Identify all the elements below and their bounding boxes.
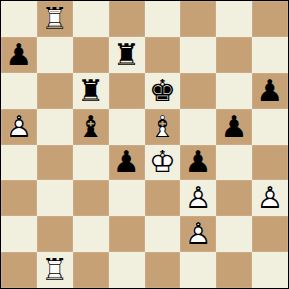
square-c2[interactable] [73,216,109,252]
square-h4[interactable] [252,145,288,181]
square-g6[interactable] [216,73,252,109]
square-e6[interactable]: ♚ [145,73,181,109]
chess-board: ♜♖♟♜♜♚♟♟♙♝♝♗♟♟♚♔♟♟♙♟♙♟♙♜♖ [0,0,289,289]
square-e5[interactable]: ♝♗ [145,109,181,145]
piece-white-king[interactable]: ♚♔ [145,145,181,181]
black-pawn-glyph: ♟ [252,73,288,109]
white-bishop-glyph-outline: ♗ [145,109,181,145]
piece-black-pawn[interactable]: ♟ [109,145,145,181]
square-h1[interactable] [252,252,288,288]
square-f7[interactable] [180,37,216,73]
square-c3[interactable] [73,180,109,216]
square-b6[interactable] [37,73,73,109]
square-e8[interactable] [145,1,181,37]
square-h6[interactable]: ♟ [252,73,288,109]
black-pawn-glyph: ♟ [1,37,37,73]
square-g3[interactable] [216,180,252,216]
square-e2[interactable] [145,216,181,252]
square-d6[interactable] [109,73,145,109]
black-rook-glyph: ♜ [109,37,145,73]
square-g4[interactable] [216,145,252,181]
piece-white-rook[interactable]: ♜♖ [37,252,73,288]
square-a4[interactable] [1,145,37,181]
square-b2[interactable] [37,216,73,252]
square-a2[interactable] [1,216,37,252]
square-e7[interactable] [145,37,181,73]
piece-white-pawn[interactable]: ♟♙ [252,180,288,216]
square-d2[interactable] [109,216,145,252]
square-c1[interactable] [73,252,109,288]
square-b4[interactable] [37,145,73,181]
square-h5[interactable] [252,109,288,145]
square-h2[interactable] [252,216,288,252]
piece-black-bishop[interactable]: ♝ [73,109,109,145]
piece-white-bishop[interactable]: ♝♗ [145,109,181,145]
square-b1[interactable]: ♜♖ [37,252,73,288]
square-a8[interactable] [1,1,37,37]
square-h7[interactable] [252,37,288,73]
white-pawn-glyph-outline: ♙ [180,216,216,252]
square-f5[interactable] [180,109,216,145]
black-pawn-glyph: ♟ [216,109,252,145]
square-a1[interactable] [1,252,37,288]
square-d8[interactable] [109,1,145,37]
black-king-glyph: ♚ [145,73,181,109]
piece-white-pawn[interactable]: ♟♙ [180,216,216,252]
piece-black-pawn[interactable]: ♟ [180,145,216,181]
square-c8[interactable] [73,1,109,37]
square-g5[interactable]: ♟ [216,109,252,145]
square-b8[interactable]: ♜♖ [37,1,73,37]
square-h8[interactable] [252,1,288,37]
white-rook-glyph-outline: ♖ [37,252,73,288]
black-rook-glyph: ♜ [73,73,109,109]
black-pawn-glyph: ♟ [109,145,145,181]
square-b3[interactable] [37,180,73,216]
piece-black-pawn[interactable]: ♟ [252,73,288,109]
square-a7[interactable]: ♟ [1,37,37,73]
square-a5[interactable]: ♟♙ [1,109,37,145]
piece-black-rook[interactable]: ♜ [73,73,109,109]
square-e1[interactable] [145,252,181,288]
piece-white-pawn[interactable]: ♟♙ [1,109,37,145]
square-d7[interactable]: ♜ [109,37,145,73]
square-a3[interactable] [1,180,37,216]
square-g8[interactable] [216,1,252,37]
square-c7[interactable] [73,37,109,73]
square-f3[interactable]: ♟♙ [180,180,216,216]
square-d1[interactable] [109,252,145,288]
piece-white-rook[interactable]: ♜♖ [37,1,73,37]
square-g7[interactable] [216,37,252,73]
square-g1[interactable] [216,252,252,288]
square-e4[interactable]: ♚♔ [145,145,181,181]
square-e3[interactable] [145,180,181,216]
black-bishop-glyph: ♝ [73,109,109,145]
square-d3[interactable] [109,180,145,216]
square-c6[interactable]: ♜ [73,73,109,109]
square-f1[interactable] [180,252,216,288]
white-pawn-glyph-outline: ♙ [1,109,37,145]
square-c4[interactable] [73,145,109,181]
piece-white-pawn[interactable]: ♟♙ [180,180,216,216]
black-pawn-glyph: ♟ [180,145,216,181]
white-king-glyph-outline: ♔ [145,145,181,181]
square-f6[interactable] [180,73,216,109]
piece-black-king[interactable]: ♚ [145,73,181,109]
square-f4[interactable]: ♟ [180,145,216,181]
square-d4[interactable]: ♟ [109,145,145,181]
square-c5[interactable]: ♝ [73,109,109,145]
square-g2[interactable] [216,216,252,252]
piece-black-rook[interactable]: ♜ [109,37,145,73]
white-pawn-glyph-outline: ♙ [180,180,216,216]
piece-black-pawn[interactable]: ♟ [216,109,252,145]
square-d5[interactable] [109,109,145,145]
white-pawn-glyph-outline: ♙ [252,180,288,216]
square-b7[interactable] [37,37,73,73]
square-h3[interactable]: ♟♙ [252,180,288,216]
square-f2[interactable]: ♟♙ [180,216,216,252]
piece-black-pawn[interactable]: ♟ [1,37,37,73]
square-b5[interactable] [37,109,73,145]
square-f8[interactable] [180,1,216,37]
square-a6[interactable] [1,73,37,109]
white-rook-glyph-outline: ♖ [37,1,73,37]
